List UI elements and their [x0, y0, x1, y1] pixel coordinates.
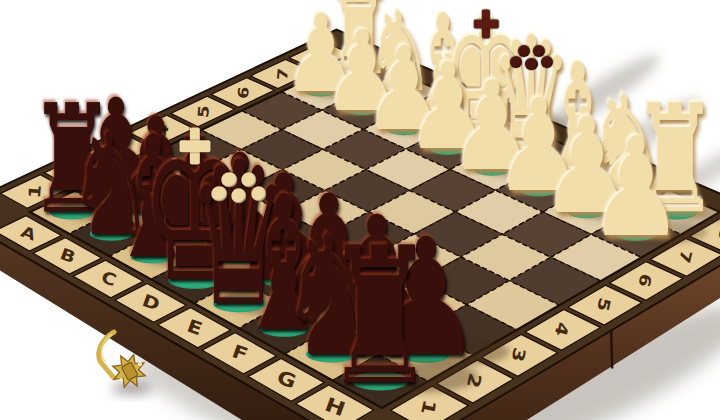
rook-glyph: ♜	[324, 228, 436, 403]
piece-dark-rook-h1: ♜	[296, 228, 465, 403]
piece-light-pawn-h7: ♟	[575, 123, 698, 250]
pieces-layer: ♜♞♟♝♟♚♟♛♟♝♟♞♟♟♟♟♜♜♞♟♟♝♟♚♟♛♟♝♟♞♟♜	[0, 0, 720, 420]
chess-set-photo: ABCDEFGH1234567812345678 ♜♞♟♝♟♚♟♛♟♝♟♞♟♟♟…	[0, 0, 720, 420]
pawn-glyph: ♟	[588, 123, 684, 250]
